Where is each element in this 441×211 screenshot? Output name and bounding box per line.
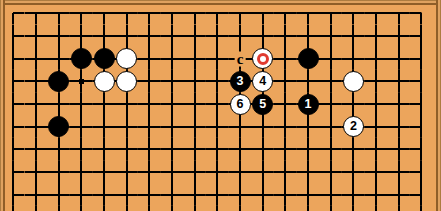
board-point[interactable]: [206, 47, 229, 70]
hoshi-marker: [79, 79, 84, 84]
board-point[interactable]: [297, 138, 320, 161]
board-point[interactable]: [47, 93, 70, 116]
board-point[interactable]: [297, 70, 320, 93]
board-point[interactable]: [251, 2, 274, 25]
board-point[interactable]: [183, 115, 206, 138]
board-point[interactable]: [229, 2, 252, 25]
board-point[interactable]: [206, 115, 229, 138]
board-point[interactable]: [115, 161, 138, 184]
go-grid: c346512: [2, 2, 433, 211]
white-stone: [116, 71, 137, 92]
board-point[interactable]: [2, 70, 25, 93]
board-point[interactable]: [161, 2, 184, 25]
board-point[interactable]: [2, 183, 25, 206]
board-frame-right: [436, 0, 441, 211]
board-point[interactable]: [115, 2, 138, 25]
board-point[interactable]: [70, 25, 93, 48]
board-point[interactable]: [229, 161, 252, 184]
board-point[interactable]: [410, 161, 433, 184]
board-point[interactable]: [25, 93, 48, 116]
board-point[interactable]: [319, 70, 342, 93]
board-point[interactable]: [206, 25, 229, 48]
board-point[interactable]: [274, 161, 297, 184]
board-point[interactable]: [365, 206, 388, 211]
board-point[interactable]: [161, 47, 184, 70]
board-point[interactable]: [138, 47, 161, 70]
board-point[interactable]: [25, 115, 48, 138]
board-point[interactable]: [274, 70, 297, 93]
board-point[interactable]: [251, 47, 274, 70]
board-point[interactable]: [342, 206, 365, 211]
board-point[interactable]: [161, 138, 184, 161]
board-point[interactable]: [93, 206, 116, 211]
board-point[interactable]: [2, 2, 25, 25]
board-point[interactable]: [387, 115, 410, 138]
board-point[interactable]: [93, 161, 116, 184]
board-point[interactable]: [183, 2, 206, 25]
board-point[interactable]: [342, 25, 365, 48]
board-frame-top: [0, 0, 441, 5]
board-point[interactable]: [138, 161, 161, 184]
board-point[interactable]: [319, 183, 342, 206]
board-point[interactable]: [183, 93, 206, 116]
black-stone: [71, 48, 92, 69]
board-point[interactable]: [115, 70, 138, 93]
board-point[interactable]: [410, 93, 433, 116]
board-point[interactable]: [93, 115, 116, 138]
board-point[interactable]: [342, 70, 365, 93]
board-point[interactable]: [70, 70, 93, 93]
board-point[interactable]: 1: [297, 93, 320, 116]
go-board: c346512: [0, 0, 441, 211]
board-point[interactable]: [115, 183, 138, 206]
board-point[interactable]: [365, 115, 388, 138]
white-stone-move-6: 6: [230, 94, 251, 115]
board-point[interactable]: [183, 138, 206, 161]
board-point[interactable]: [342, 47, 365, 70]
point-label-c: c: [235, 51, 246, 66]
white-stone: [116, 48, 137, 69]
board-point[interactable]: [115, 47, 138, 70]
board-point[interactable]: [410, 183, 433, 206]
board-point[interactable]: 6: [229, 93, 252, 116]
board-point[interactable]: [297, 47, 320, 70]
board-point[interactable]: [297, 115, 320, 138]
board-point[interactable]: [93, 25, 116, 48]
board-point[interactable]: [70, 183, 93, 206]
board-point[interactable]: 5: [251, 93, 274, 116]
board-point[interactable]: [25, 138, 48, 161]
board-point[interactable]: [251, 161, 274, 184]
board-point[interactable]: [274, 47, 297, 70]
board-point[interactable]: [251, 138, 274, 161]
board-point[interactable]: [229, 206, 252, 211]
board-point[interactable]: [206, 93, 229, 116]
board-point[interactable]: [47, 70, 70, 93]
board-point[interactable]: [410, 25, 433, 48]
board-point[interactable]: [365, 161, 388, 184]
white-stone: [94, 71, 115, 92]
board-point[interactable]: [183, 161, 206, 184]
board-point[interactable]: [2, 47, 25, 70]
board-point[interactable]: [251, 183, 274, 206]
board-point[interactable]: [319, 161, 342, 184]
board-point[interactable]: 2: [342, 115, 365, 138]
board-point[interactable]: [297, 2, 320, 25]
board-point[interactable]: [410, 70, 433, 93]
board-point[interactable]: [387, 206, 410, 211]
board-point[interactable]: [47, 115, 70, 138]
board-point[interactable]: [138, 93, 161, 116]
board-point[interactable]: [274, 2, 297, 25]
board-point[interactable]: [47, 2, 70, 25]
board-point[interactable]: [183, 183, 206, 206]
board-point[interactable]: [138, 70, 161, 93]
board-point[interactable]: [206, 70, 229, 93]
circle-mark-icon: [257, 53, 269, 65]
board-point[interactable]: [206, 2, 229, 25]
board-point[interactable]: [274, 25, 297, 48]
board-point[interactable]: [115, 25, 138, 48]
board-point[interactable]: [319, 47, 342, 70]
board-point[interactable]: [342, 138, 365, 161]
board-point[interactable]: [297, 161, 320, 184]
board-point[interactable]: [2, 206, 25, 211]
board-point[interactable]: [138, 2, 161, 25]
board-point[interactable]: [93, 183, 116, 206]
board-point[interactable]: [387, 161, 410, 184]
board-point[interactable]: [47, 183, 70, 206]
board-point[interactable]: [25, 161, 48, 184]
board-point[interactable]: [70, 47, 93, 70]
board-point[interactable]: [70, 206, 93, 211]
board-point[interactable]: [410, 115, 433, 138]
white-stone: [343, 71, 364, 92]
board-point[interactable]: [387, 183, 410, 206]
board-point[interactable]: [229, 25, 252, 48]
board-point[interactable]: 4: [251, 70, 274, 93]
board-point[interactable]: [410, 206, 433, 211]
board-point[interactable]: [93, 47, 116, 70]
board-point[interactable]: [365, 138, 388, 161]
board-point[interactable]: [2, 93, 25, 116]
board-point[interactable]: [319, 2, 342, 25]
board-point[interactable]: c: [229, 47, 252, 70]
board-point[interactable]: [161, 25, 184, 48]
board-point[interactable]: [138, 25, 161, 48]
board-point[interactable]: [183, 70, 206, 93]
board-point[interactable]: [47, 25, 70, 48]
board-point[interactable]: [93, 70, 116, 93]
board-point[interactable]: [70, 115, 93, 138]
board-point[interactable]: [251, 25, 274, 48]
board-point[interactable]: [387, 138, 410, 161]
board-point[interactable]: [365, 93, 388, 116]
board-point[interactable]: [47, 138, 70, 161]
black-stone: [298, 48, 319, 69]
board-point[interactable]: [25, 70, 48, 93]
board-point[interactable]: [297, 206, 320, 211]
board-point[interactable]: [93, 138, 116, 161]
board-point[interactable]: [342, 2, 365, 25]
board-point[interactable]: [25, 183, 48, 206]
board-point[interactable]: [410, 2, 433, 25]
board-point[interactable]: [387, 70, 410, 93]
board-point[interactable]: [70, 138, 93, 161]
board-point[interactable]: [229, 115, 252, 138]
board-point[interactable]: [274, 93, 297, 116]
board-point[interactable]: [70, 161, 93, 184]
board-point[interactable]: [206, 161, 229, 184]
board-point[interactable]: [206, 138, 229, 161]
board-point[interactable]: [25, 25, 48, 48]
board-point[interactable]: [183, 206, 206, 211]
board-point[interactable]: [138, 206, 161, 211]
board-point[interactable]: [365, 70, 388, 93]
black-stone: [94, 48, 115, 69]
board-point[interactable]: [25, 47, 48, 70]
board-point[interactable]: [387, 93, 410, 116]
board-point[interactable]: [115, 138, 138, 161]
board-point[interactable]: [2, 138, 25, 161]
board-point[interactable]: [410, 47, 433, 70]
board-point[interactable]: [115, 206, 138, 211]
board-point[interactable]: [274, 115, 297, 138]
black-stone: [48, 71, 69, 92]
board-point[interactable]: [2, 25, 25, 48]
board-point[interactable]: [161, 161, 184, 184]
board-point[interactable]: [387, 47, 410, 70]
board-point[interactable]: [206, 206, 229, 211]
board-point[interactable]: [70, 2, 93, 25]
board-point[interactable]: [138, 138, 161, 161]
board-point[interactable]: [387, 2, 410, 25]
board-point[interactable]: [161, 70, 184, 93]
board-point[interactable]: [25, 2, 48, 25]
black-stone-move-5: 5: [252, 94, 273, 115]
board-point[interactable]: [47, 161, 70, 184]
board-point[interactable]: [93, 93, 116, 116]
board-point[interactable]: [319, 138, 342, 161]
board-point[interactable]: [297, 25, 320, 48]
board-point[interactable]: [25, 206, 48, 211]
board-point[interactable]: [319, 115, 342, 138]
board-point[interactable]: [342, 161, 365, 184]
board-point[interactable]: [387, 25, 410, 48]
board-point[interactable]: [115, 93, 138, 116]
board-point[interactable]: [183, 47, 206, 70]
board-point[interactable]: 3: [229, 70, 252, 93]
board-point[interactable]: [319, 93, 342, 116]
board-point[interactable]: [365, 2, 388, 25]
board-point[interactable]: [47, 47, 70, 70]
black-stone-move-3: 3: [230, 71, 251, 92]
board-point[interactable]: [365, 47, 388, 70]
board-point[interactable]: [70, 93, 93, 116]
board-point[interactable]: [274, 183, 297, 206]
board-point[interactable]: [161, 93, 184, 116]
board-point[interactable]: [2, 161, 25, 184]
board-point[interactable]: [183, 25, 206, 48]
board-point[interactable]: [319, 206, 342, 211]
board-point[interactable]: [138, 183, 161, 206]
board-point[interactable]: [2, 115, 25, 138]
board-point[interactable]: [251, 206, 274, 211]
board-point[interactable]: [229, 138, 252, 161]
white-stone-marked: [252, 48, 273, 69]
board-point[interactable]: [274, 206, 297, 211]
board-point[interactable]: [206, 183, 229, 206]
board-point[interactable]: [274, 138, 297, 161]
board-frame-left: [0, 0, 5, 211]
board-point[interactable]: [115, 115, 138, 138]
board-point[interactable]: [138, 115, 161, 138]
board-point[interactable]: [365, 25, 388, 48]
board-point[interactable]: [297, 183, 320, 206]
board-point[interactable]: [161, 183, 184, 206]
board-point[interactable]: [365, 183, 388, 206]
white-stone-move-4: 4: [252, 71, 273, 92]
black-stone-move-1: 1: [298, 94, 319, 115]
board-point[interactable]: [319, 25, 342, 48]
board-point[interactable]: [161, 206, 184, 211]
board-point[interactable]: [251, 115, 274, 138]
board-point[interactable]: [93, 2, 116, 25]
board-point[interactable]: [410, 138, 433, 161]
board-point[interactable]: [47, 206, 70, 211]
black-stone: [48, 116, 69, 137]
board-point[interactable]: [229, 183, 252, 206]
white-stone-move-2: 2: [343, 116, 364, 137]
board-point[interactable]: [342, 183, 365, 206]
board-point[interactable]: [342, 93, 365, 116]
board-point[interactable]: [161, 115, 184, 138]
